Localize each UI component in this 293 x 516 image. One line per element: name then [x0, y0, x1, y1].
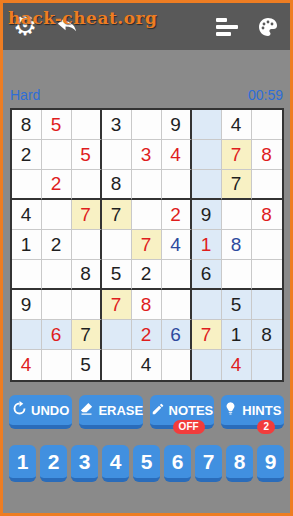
- erase-button[interactable]: ERASE: [79, 395, 143, 429]
- cell-r7c8[interactable]: 5: [222, 290, 252, 320]
- cell-r3c4[interactable]: 8: [102, 170, 132, 200]
- cell-r2c2[interactable]: [42, 140, 72, 170]
- cell-r2c9[interactable]: 8: [252, 140, 282, 170]
- cell-r5c9[interactable]: [252, 230, 282, 260]
- cell-r1c2[interactable]: 5: [42, 110, 72, 140]
- cell-r5c5[interactable]: 7: [132, 230, 162, 260]
- pencil-icon: [151, 402, 165, 419]
- cell-r8c9[interactable]: 8: [252, 320, 282, 350]
- cell-r2c1[interactable]: 2: [12, 140, 42, 170]
- numpad-button-7[interactable]: 7: [195, 445, 222, 482]
- cell-r1c4[interactable]: 3: [102, 110, 132, 140]
- hints-badge: 2: [257, 420, 275, 434]
- numpad-button-2[interactable]: 2: [40, 445, 67, 482]
- app-window: ⚙ hack-cheat.org Hard 00:59 853942534782…: [0, 0, 293, 516]
- cell-r8c4[interactable]: [102, 320, 132, 350]
- cell-r8c1[interactable]: [12, 320, 42, 350]
- cell-r1c9[interactable]: [252, 110, 282, 140]
- cell-r6c9[interactable]: [252, 260, 282, 290]
- cell-r3c2[interactable]: 2: [42, 170, 72, 200]
- watermark: hack-cheat.org: [8, 8, 157, 28]
- cell-r9c5[interactable]: 4: [132, 350, 162, 380]
- numpad-button-4[interactable]: 4: [102, 445, 129, 482]
- timer: 00:59: [248, 87, 283, 103]
- cell-r6c8[interactable]: [222, 260, 252, 290]
- eraser-icon: [79, 401, 94, 419]
- sudoku-board: 8539425347828747729812741885269785672671…: [10, 108, 284, 382]
- cell-r4c9[interactable]: 8: [252, 200, 282, 230]
- action-buttons: UNDOERASENOTESOFFHINTS2: [3, 395, 290, 429]
- cell-r5c2[interactable]: 2: [42, 230, 72, 260]
- cell-r1c8[interactable]: 4: [222, 110, 252, 140]
- undo-button[interactable]: UNDO: [9, 395, 72, 429]
- difficulty-label: Hard: [10, 87, 40, 103]
- cell-r3c3[interactable]: [72, 170, 102, 200]
- cell-r3c6[interactable]: [162, 170, 192, 200]
- cell-r2c3[interactable]: 5: [72, 140, 102, 170]
- notes-badge: OFF: [173, 420, 205, 434]
- cell-r4c5[interactable]: [132, 200, 162, 230]
- cell-r3c7[interactable]: [192, 170, 222, 200]
- numpad-button-9[interactable]: 9: [257, 445, 284, 482]
- cell-r6c7[interactable]: 6: [192, 260, 222, 290]
- cell-r4c6[interactable]: 2: [162, 200, 192, 230]
- cell-r8c3[interactable]: 7: [72, 320, 102, 350]
- cell-r6c2[interactable]: [42, 260, 72, 290]
- cell-r3c5[interactable]: [132, 170, 162, 200]
- cell-r4c1[interactable]: 4: [12, 200, 42, 230]
- cell-r2c5[interactable]: 3: [132, 140, 162, 170]
- cell-r8c6[interactable]: 6: [162, 320, 192, 350]
- cell-r8c7[interactable]: 7: [192, 320, 222, 350]
- undo-label: UNDO: [31, 403, 69, 418]
- cell-r1c1[interactable]: 8: [12, 110, 42, 140]
- cell-r6c1[interactable]: [12, 260, 42, 290]
- cell-r5c4[interactable]: [102, 230, 132, 260]
- cell-r6c6[interactable]: [162, 260, 192, 290]
- numpad-button-8[interactable]: 8: [226, 445, 253, 482]
- cell-r9c4[interactable]: [102, 350, 132, 380]
- cell-r5c3[interactable]: [72, 230, 102, 260]
- cell-r7c1[interactable]: 9: [12, 290, 42, 320]
- cell-r6c4[interactable]: 5: [102, 260, 132, 290]
- numpad-button-6[interactable]: 6: [164, 445, 191, 482]
- cell-r9c1[interactable]: 4: [12, 350, 42, 380]
- erase-label: ERASE: [98, 403, 143, 418]
- cell-r7c5[interactable]: 8: [132, 290, 162, 320]
- cell-r3c1[interactable]: [12, 170, 42, 200]
- cell-r6c5[interactable]: 2: [132, 260, 162, 290]
- cell-r4c7[interactable]: 9: [192, 200, 222, 230]
- cell-r2c4[interactable]: [102, 140, 132, 170]
- cell-r2c7[interactable]: [192, 140, 222, 170]
- cell-r9c3[interactable]: 5: [72, 350, 102, 380]
- cell-r7c2[interactable]: [42, 290, 72, 320]
- bulb-icon: [223, 401, 238, 419]
- notes-button[interactable]: NOTESOFF: [150, 395, 213, 429]
- numpad-button-3[interactable]: 3: [71, 445, 98, 482]
- cell-r8c5[interactable]: 2: [132, 320, 162, 350]
- hints-button[interactable]: HINTS2: [221, 395, 284, 429]
- hints-label: HINTS: [242, 403, 281, 418]
- cell-r8c8[interactable]: 1: [222, 320, 252, 350]
- cell-r4c3[interactable]: 7: [72, 200, 102, 230]
- cell-r7c4[interactable]: 7: [102, 290, 132, 320]
- numpad-button-1[interactable]: 1: [9, 445, 36, 482]
- cell-r5c7[interactable]: 1: [192, 230, 222, 260]
- cell-r6c3[interactable]: 8: [72, 260, 102, 290]
- status-row: Hard 00:59: [3, 87, 290, 103]
- cell-r2c8[interactable]: 7: [222, 140, 252, 170]
- cell-r3c9[interactable]: [252, 170, 282, 200]
- notes-label: NOTES: [169, 403, 214, 418]
- cell-r5c8[interactable]: 8: [222, 230, 252, 260]
- stats-bars-icon[interactable]: [216, 18, 238, 36]
- cell-r7c7[interactable]: [192, 290, 222, 320]
- cell-r3c8[interactable]: 7: [222, 170, 252, 200]
- cell-r8c2[interactable]: 6: [42, 320, 72, 350]
- cell-r7c3[interactable]: [72, 290, 102, 320]
- cell-r9c2[interactable]: [42, 350, 72, 380]
- cell-r1c5[interactable]: [132, 110, 162, 140]
- numpad: 123456789: [3, 445, 290, 482]
- cell-r7c9[interactable]: [252, 290, 282, 320]
- cell-r9c7[interactable]: [192, 350, 222, 380]
- cell-r5c6[interactable]: 4: [162, 230, 192, 260]
- cell-r5c1[interactable]: 1: [12, 230, 42, 260]
- cell-r9c8[interactable]: 4: [222, 350, 252, 380]
- cell-r2c6[interactable]: 4: [162, 140, 192, 170]
- palette-icon[interactable]: [256, 15, 280, 39]
- numpad-button-5[interactable]: 5: [133, 445, 160, 482]
- cell-r4c2[interactable]: [42, 200, 72, 230]
- cell-r1c6[interactable]: 9: [162, 110, 192, 140]
- cell-r4c4[interactable]: 7: [102, 200, 132, 230]
- cell-r1c3[interactable]: [72, 110, 102, 140]
- cell-r9c9[interactable]: [252, 350, 282, 380]
- undo-icon: [12, 401, 27, 419]
- cell-r9c6[interactable]: [162, 350, 192, 380]
- cell-r7c6[interactable]: [162, 290, 192, 320]
- cell-r1c7[interactable]: [192, 110, 222, 140]
- cell-r4c8[interactable]: [222, 200, 252, 230]
